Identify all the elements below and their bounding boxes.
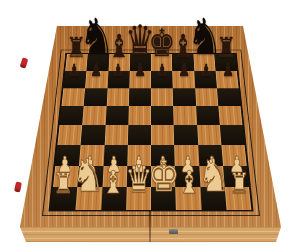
square-b3[interactable]	[79, 145, 104, 166]
square-g8[interactable]	[193, 54, 215, 71]
square-c3[interactable]	[103, 145, 127, 166]
square-d1[interactable]	[126, 187, 151, 210]
square-h5[interactable]	[218, 106, 242, 125]
square-a7[interactable]	[63, 71, 86, 88]
square-f3[interactable]	[174, 145, 198, 166]
square-h7[interactable]	[215, 71, 238, 88]
square-d2[interactable]	[127, 166, 151, 188]
square-c8[interactable]	[108, 54, 130, 71]
square-g5[interactable]	[196, 106, 220, 125]
square-a5[interactable]	[60, 106, 84, 125]
square-c5[interactable]	[105, 106, 128, 125]
square-f4[interactable]	[174, 125, 198, 145]
front-latch	[169, 229, 178, 234]
square-h8[interactable]	[214, 54, 237, 71]
square-g7[interactable]	[194, 71, 217, 88]
square-h1[interactable]	[224, 187, 251, 210]
square-e4[interactable]	[151, 125, 174, 145]
square-a6[interactable]	[61, 88, 85, 106]
square-b2[interactable]	[78, 166, 104, 188]
square-h4[interactable]	[220, 125, 245, 145]
square-b4[interactable]	[81, 125, 105, 145]
square-c6[interactable]	[106, 88, 129, 106]
square-g3[interactable]	[198, 145, 223, 166]
square-b5[interactable]	[82, 106, 106, 125]
red-clasp-bottom	[14, 181, 22, 192]
square-a2[interactable]	[53, 166, 79, 188]
square-g2[interactable]	[199, 166, 225, 188]
square-c4[interactable]	[104, 125, 128, 145]
square-e6[interactable]	[151, 88, 173, 106]
square-f2[interactable]	[175, 166, 200, 188]
square-c2[interactable]	[102, 166, 127, 188]
square-b7[interactable]	[85, 71, 108, 88]
square-f6[interactable]	[173, 88, 196, 106]
red-clasp-top	[20, 57, 29, 68]
square-e7[interactable]	[151, 71, 173, 88]
square-g4[interactable]	[197, 125, 221, 145]
square-g6[interactable]	[195, 88, 218, 106]
square-d6[interactable]	[129, 88, 151, 106]
square-b8[interactable]	[87, 54, 109, 71]
square-h6[interactable]	[217, 88, 241, 106]
square-f1[interactable]	[175, 187, 201, 210]
square-a4[interactable]	[57, 125, 82, 145]
square-b6[interactable]	[84, 88, 107, 106]
square-d7[interactable]	[129, 71, 151, 88]
square-e1[interactable]	[151, 187, 176, 210]
square-h3[interactable]	[221, 145, 247, 166]
square-e3[interactable]	[151, 145, 175, 166]
square-d5[interactable]	[128, 106, 151, 125]
square-d3[interactable]	[127, 145, 151, 166]
square-c7[interactable]	[107, 71, 129, 88]
square-f5[interactable]	[173, 106, 196, 125]
square-g1[interactable]	[200, 187, 226, 210]
square-f8[interactable]	[172, 54, 194, 71]
board-playing-area	[42, 50, 260, 216]
square-e8[interactable]	[151, 54, 172, 71]
square-e5[interactable]	[151, 106, 174, 125]
square-d8[interactable]	[130, 54, 151, 71]
square-a3[interactable]	[55, 145, 81, 166]
photo-background: ♜♞♝♛♚♝♞♜♟♟♟♟♟♟♟♟♟♟♟♟♟♟♟♟♜♞♝♛♚♝♞♜	[0, 0, 300, 246]
square-a1[interactable]	[51, 187, 78, 210]
square-a8[interactable]	[65, 54, 88, 71]
square-d4[interactable]	[128, 125, 151, 145]
square-c1[interactable]	[101, 187, 127, 210]
square-e2[interactable]	[151, 166, 175, 188]
chess-board-grid	[48, 53, 253, 211]
square-b1[interactable]	[76, 187, 102, 210]
square-f7[interactable]	[172, 71, 194, 88]
square-h2[interactable]	[223, 166, 249, 188]
